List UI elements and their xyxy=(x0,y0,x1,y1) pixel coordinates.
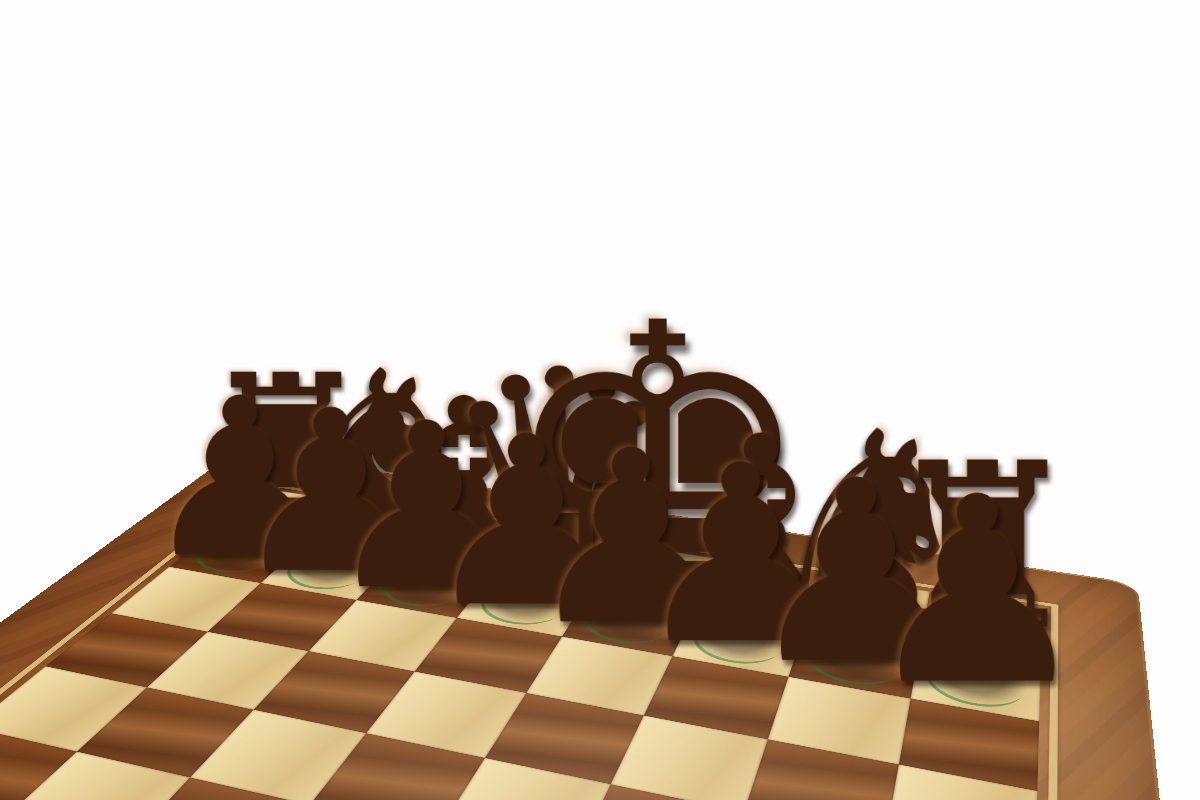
chess-board: ♜♞♝♛♚♝♞♜♟♟♟♟♟♟♟♟ xyxy=(0,451,1200,800)
cell-h7: ♟ xyxy=(911,641,1041,721)
scene: ♜♞♝♛♚♝♞♜♟♟♟♟♟♟♟♟ xyxy=(0,0,1200,800)
pieces-layer: ♜♞♝♛♚♝♞♜♟♟♟♟♟♟♟♟ xyxy=(0,489,1042,800)
black-pawn-h7: ♟ xyxy=(862,463,1093,721)
